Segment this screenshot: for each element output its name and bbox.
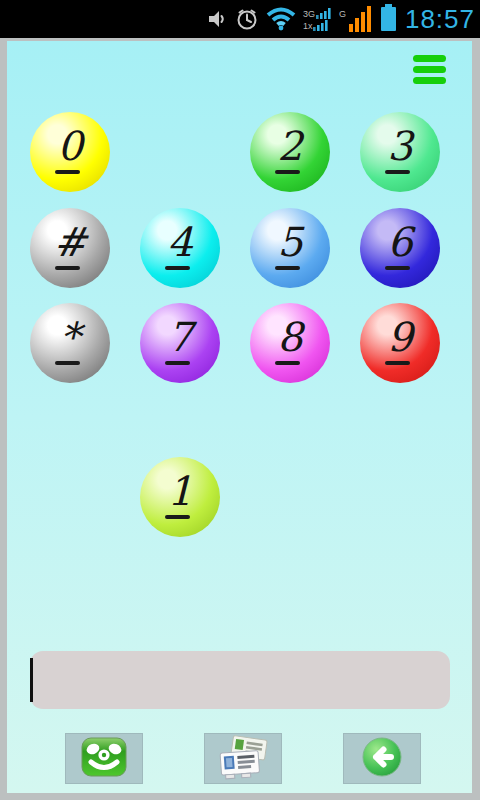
signal-g-label: G: [339, 10, 346, 19]
ball-underline: [165, 266, 190, 270]
keypad-ball-*[interactable]: *: [30, 303, 110, 383]
signal-3g-label: 3G: [303, 10, 315, 19]
hamburger-bar: [413, 66, 446, 73]
dialer-screen: 023#456*7891: [7, 41, 472, 793]
ball-underline: [385, 170, 410, 174]
keypad-ball-8[interactable]: 8: [250, 303, 330, 383]
ball-underline: [275, 170, 300, 174]
back-button[interactable]: [343, 733, 421, 784]
ball-label: 0: [57, 127, 82, 165]
ball-label: 1: [167, 472, 192, 510]
volume-speaker-icon: [206, 8, 228, 30]
ball-label: 3: [387, 127, 412, 165]
wifi-icon: [266, 7, 296, 31]
hamburger-bar: [413, 55, 446, 62]
ball-label: 8: [277, 318, 302, 356]
status-bar: 3G 1x G 18:57: [0, 0, 480, 38]
signal-3g-1x-icon: 3G 1x: [303, 8, 332, 31]
battery-icon: [381, 7, 396, 31]
keypad-ball-0[interactable]: 0: [30, 112, 110, 192]
ball-label: 6: [387, 223, 412, 261]
status-time: 18:57: [405, 4, 475, 35]
app-frame: 023#456*7891: [0, 38, 480, 800]
back-arrow-icon: [360, 735, 404, 783]
ball-underline: [55, 170, 80, 174]
dial-number-input[interactable]: [30, 651, 450, 709]
ball-label: 7: [167, 318, 192, 356]
keypad-ball-3[interactable]: 3: [360, 112, 440, 192]
ball-underline: [165, 361, 190, 365]
ball-label: 5: [277, 223, 302, 261]
text-cursor: [30, 658, 33, 702]
ball-label: 4: [167, 223, 192, 261]
signal-g-icon: G: [339, 6, 374, 32]
keypad-ball-2[interactable]: 2: [250, 112, 330, 192]
signal-1x-label: 1x: [303, 22, 313, 31]
ball-underline: [275, 361, 300, 365]
keypad-ball-#[interactable]: #: [30, 208, 110, 288]
ball-underline: [55, 266, 80, 270]
keypad-ball-6[interactable]: 6: [360, 208, 440, 288]
contacts-button[interactable]: [204, 733, 282, 784]
ball-underline: [385, 361, 410, 365]
ball-label: *: [60, 318, 80, 356]
ball-label: 2: [277, 127, 302, 165]
call-button[interactable]: [65, 733, 143, 784]
contacts-cards-icon: [216, 734, 270, 784]
phone-call-icon: [80, 736, 128, 782]
ball-label: 9: [387, 318, 412, 356]
menu-button[interactable]: [413, 55, 446, 84]
keypad-ball-9[interactable]: 9: [360, 303, 440, 383]
alarm-clock-icon: [235, 7, 259, 31]
ball-underline: [55, 361, 80, 365]
ball-label: #: [53, 223, 87, 261]
ball-underline: [275, 266, 300, 270]
keypad-ball-4[interactable]: 4: [140, 208, 220, 288]
hamburger-bar: [413, 77, 446, 84]
keypad-ball-1[interactable]: 1: [140, 457, 220, 537]
ball-underline: [385, 266, 410, 270]
keypad-ball-7[interactable]: 7: [140, 303, 220, 383]
ball-underline: [165, 515, 190, 519]
keypad-ball-5[interactable]: 5: [250, 208, 330, 288]
